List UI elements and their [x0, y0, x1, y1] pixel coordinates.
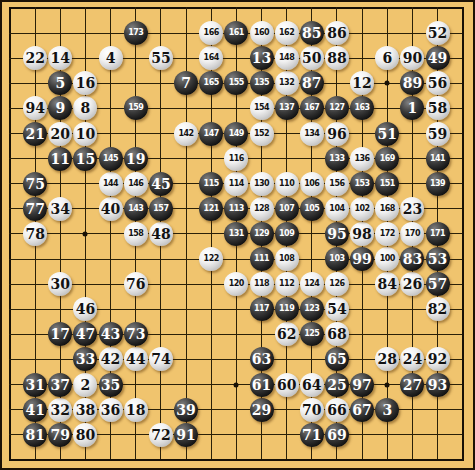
stone-89[interactable]: 89	[400, 71, 424, 95]
stone-155[interactable]: 155	[224, 71, 248, 95]
move-number: 51	[378, 127, 397, 141]
stone-106[interactable]: 106	[300, 172, 324, 196]
stone-97[interactable]: 97	[350, 373, 374, 397]
move-number: 17	[51, 327, 70, 341]
move-number: 113	[229, 205, 244, 213]
star-point	[385, 81, 390, 86]
stone-18[interactable]: 18	[124, 398, 148, 422]
move-number: 60	[277, 378, 296, 392]
stone-31[interactable]: 31	[23, 373, 47, 397]
stone-46[interactable]: 46	[73, 297, 97, 321]
move-number: 149	[229, 130, 244, 138]
stone-86[interactable]: 86	[325, 21, 349, 45]
stone-116[interactable]: 116	[224, 147, 248, 171]
move-number: 98	[352, 227, 371, 241]
move-number: 18	[126, 403, 145, 417]
move-number: 20	[51, 127, 70, 141]
stone-154[interactable]: 154	[250, 96, 274, 120]
move-number: 43	[101, 327, 120, 341]
stone-167[interactable]: 167	[300, 96, 324, 120]
stone-20[interactable]: 20	[48, 122, 72, 146]
move-number: 126	[329, 280, 344, 288]
stone-153[interactable]: 153	[350, 172, 374, 196]
move-number: 59	[428, 127, 447, 141]
stone-1[interactable]: 1	[400, 96, 424, 120]
stone-70[interactable]: 70	[300, 398, 324, 422]
stone-132[interactable]: 132	[275, 71, 299, 95]
stone-94[interactable]: 94	[23, 96, 47, 120]
move-number: 62	[277, 327, 296, 341]
stone-8[interactable]: 8	[73, 96, 97, 120]
stone-165[interactable]: 165	[199, 71, 223, 95]
stone-67[interactable]: 67	[350, 398, 374, 422]
stone-141[interactable]: 141	[426, 147, 450, 171]
go-board[interactable]: 1234567891011121314151617181920212223242…	[0, 0, 475, 470]
move-number: 66	[327, 403, 346, 417]
stone-13[interactable]: 13	[250, 46, 274, 70]
move-number: 27	[403, 378, 422, 392]
move-number: 114	[229, 180, 244, 188]
move-number: 128	[254, 205, 269, 213]
move-number: 46	[76, 302, 95, 316]
move-number: 111	[254, 255, 269, 263]
move-number: 165	[204, 79, 219, 87]
stone-112[interactable]: 112	[275, 272, 299, 296]
stone-111[interactable]: 111	[250, 247, 274, 271]
move-number: 75	[25, 177, 44, 191]
stone-68[interactable]: 68	[325, 322, 349, 346]
stone-139[interactable]: 139	[426, 172, 450, 196]
stone-24[interactable]: 24	[400, 347, 424, 371]
move-number: 157	[153, 205, 168, 213]
stone-133[interactable]: 133	[325, 147, 349, 171]
grid-line-horizontal	[9, 459, 464, 461]
move-number: 109	[279, 230, 294, 238]
move-number: 23	[403, 202, 422, 216]
stone-5[interactable]: 5	[48, 71, 72, 95]
stone-4[interactable]: 4	[99, 46, 123, 70]
stone-144[interactable]: 144	[99, 172, 123, 196]
move-number: 159	[128, 104, 143, 112]
stone-58[interactable]: 58	[426, 96, 450, 120]
stone-63[interactable]: 63	[250, 347, 274, 371]
move-number: 141	[430, 155, 445, 163]
move-number: 3	[382, 403, 392, 417]
stone-123[interactable]: 123	[300, 297, 324, 321]
stone-142[interactable]: 142	[174, 122, 198, 146]
stone-48[interactable]: 48	[149, 222, 173, 246]
stone-29[interactable]: 29	[250, 398, 274, 422]
stone-129[interactable]: 129	[250, 222, 274, 246]
move-number: 9	[55, 101, 65, 115]
move-number: 80	[76, 428, 95, 442]
stone-149[interactable]: 149	[224, 122, 248, 146]
stone-37[interactable]: 37	[48, 373, 72, 397]
stone-85[interactable]: 85	[300, 21, 324, 45]
move-number: 155	[229, 79, 244, 87]
move-number: 151	[380, 180, 395, 188]
move-number: 10	[76, 127, 95, 141]
stone-7[interactable]: 7	[174, 71, 198, 95]
move-number: 30	[51, 277, 70, 291]
move-number: 115	[204, 180, 219, 188]
move-number: 63	[252, 352, 271, 366]
stone-32[interactable]: 32	[48, 398, 72, 422]
stone-61[interactable]: 61	[250, 373, 274, 397]
move-number: 74	[151, 352, 170, 366]
stone-83[interactable]: 83	[400, 247, 424, 271]
move-number: 143	[128, 205, 143, 213]
stone-113[interactable]: 113	[224, 197, 248, 221]
stone-28[interactable]: 28	[375, 347, 399, 371]
stone-169[interactable]: 169	[375, 147, 399, 171]
stone-75[interactable]: 75	[23, 172, 47, 196]
stone-103[interactable]: 103	[325, 247, 349, 271]
move-number: 84	[378, 277, 397, 291]
stone-108[interactable]: 108	[275, 247, 299, 271]
stone-128[interactable]: 128	[250, 197, 274, 221]
move-number: 77	[25, 202, 44, 216]
move-number: 116	[229, 155, 244, 163]
move-number: 55	[151, 51, 170, 65]
stone-35[interactable]: 35	[99, 373, 123, 397]
move-number: 145	[103, 155, 118, 163]
stone-121[interactable]: 121	[199, 197, 223, 221]
stone-57[interactable]: 57	[426, 272, 450, 296]
move-number: 122	[204, 255, 219, 263]
stone-34[interactable]: 34	[48, 197, 72, 221]
move-number: 44	[126, 352, 145, 366]
move-number: 88	[327, 51, 346, 65]
move-number: 71	[302, 428, 321, 442]
stone-69[interactable]: 69	[325, 423, 349, 447]
stone-26[interactable]: 26	[400, 272, 424, 296]
stone-45[interactable]: 45	[149, 172, 173, 196]
move-number: 49	[428, 51, 447, 65]
stone-33[interactable]: 33	[73, 347, 97, 371]
stone-21[interactable]: 21	[23, 122, 47, 146]
move-number: 7	[181, 76, 191, 90]
stone-114[interactable]: 114	[224, 172, 248, 196]
move-number: 119	[279, 305, 294, 313]
move-number: 47	[76, 327, 95, 341]
stone-42[interactable]: 42	[99, 347, 123, 371]
stone-56[interactable]: 56	[426, 71, 450, 95]
stone-161[interactable]: 161	[224, 21, 248, 45]
move-number: 33	[76, 352, 95, 366]
move-number: 168	[380, 205, 395, 213]
move-number: 94	[25, 101, 44, 115]
move-number: 170	[405, 230, 420, 238]
stone-166[interactable]: 166	[199, 21, 223, 45]
move-number: 79	[51, 428, 70, 442]
move-number: 64	[302, 378, 321, 392]
move-number: 93	[428, 378, 447, 392]
move-number: 164	[204, 54, 219, 62]
move-number: 108	[279, 255, 294, 263]
move-number: 52	[428, 26, 447, 40]
stone-93[interactable]: 93	[426, 373, 450, 397]
stone-36[interactable]: 36	[99, 398, 123, 422]
stone-102[interactable]: 102	[350, 197, 374, 221]
stone-122[interactable]: 122	[199, 247, 223, 271]
stone-119[interactable]: 119	[275, 297, 299, 321]
stone-59[interactable]: 59	[426, 122, 450, 146]
stone-134[interactable]: 134	[300, 122, 324, 146]
move-number: 28	[378, 352, 397, 366]
move-number: 48	[151, 227, 170, 241]
move-number: 73	[126, 327, 145, 341]
move-number: 167	[304, 104, 319, 112]
stone-120[interactable]: 120	[224, 272, 248, 296]
stone-16[interactable]: 16	[73, 71, 97, 95]
stone-126[interactable]: 126	[325, 272, 349, 296]
stone-105[interactable]: 105	[300, 197, 324, 221]
stone-78[interactable]: 78	[23, 222, 47, 246]
move-number: 24	[403, 352, 422, 366]
move-number: 86	[327, 26, 346, 40]
move-number: 34	[51, 202, 70, 216]
move-number: 21	[25, 127, 44, 141]
stone-62[interactable]: 62	[275, 322, 299, 346]
stone-156[interactable]: 156	[325, 172, 349, 196]
star-point	[234, 382, 239, 387]
stone-146[interactable]: 146	[124, 172, 148, 196]
move-number: 22	[25, 51, 44, 65]
stone-151[interactable]: 151	[375, 172, 399, 196]
stone-6[interactable]: 6	[375, 46, 399, 70]
move-number: 156	[329, 180, 344, 188]
stone-25[interactable]: 25	[325, 373, 349, 397]
stone-124[interactable]: 124	[300, 272, 324, 296]
stone-118[interactable]: 118	[250, 272, 274, 296]
stone-109[interactable]: 109	[275, 222, 299, 246]
stone-17[interactable]: 17	[48, 322, 72, 346]
stone-117[interactable]: 117	[250, 297, 274, 321]
move-number: 96	[327, 127, 346, 141]
stone-172[interactable]: 172	[375, 222, 399, 246]
move-number: 171	[430, 230, 445, 238]
stone-74[interactable]: 74	[149, 347, 173, 371]
stone-73[interactable]: 73	[124, 322, 148, 346]
stone-27[interactable]: 27	[400, 373, 424, 397]
stone-43[interactable]: 43	[99, 322, 123, 346]
move-number: 129	[254, 230, 269, 238]
move-number: 78	[25, 227, 44, 241]
stone-19[interactable]: 19	[124, 147, 148, 171]
move-number: 61	[252, 378, 271, 392]
stone-171[interactable]: 171	[426, 222, 450, 246]
stone-77[interactable]: 77	[23, 197, 47, 221]
stone-71[interactable]: 71	[300, 423, 324, 447]
stone-30[interactable]: 30	[48, 272, 72, 296]
stone-50[interactable]: 50	[300, 46, 324, 70]
stone-152[interactable]: 152	[250, 122, 274, 146]
grid-line-vertical	[462, 7, 464, 461]
stone-79[interactable]: 79	[48, 423, 72, 447]
move-number: 58	[428, 101, 447, 115]
stone-52[interactable]: 52	[426, 21, 450, 45]
move-number: 160	[254, 29, 269, 37]
stone-107[interactable]: 107	[275, 197, 299, 221]
stone-115[interactable]: 115	[199, 172, 223, 196]
move-number: 40	[101, 202, 120, 216]
stone-159[interactable]: 159	[124, 96, 148, 120]
stone-125[interactable]: 125	[300, 322, 324, 346]
stone-168[interactable]: 168	[375, 197, 399, 221]
move-number: 162	[279, 29, 294, 37]
move-number: 142	[178, 130, 193, 138]
stone-91[interactable]: 91	[174, 423, 198, 447]
stone-90[interactable]: 90	[400, 46, 424, 70]
stone-162[interactable]: 162	[275, 21, 299, 45]
stone-88[interactable]: 88	[325, 46, 349, 70]
move-number: 110	[279, 180, 294, 188]
move-number: 1	[408, 101, 418, 115]
stone-51[interactable]: 51	[375, 122, 399, 146]
stone-66[interactable]: 66	[325, 398, 349, 422]
move-number: 39	[176, 403, 195, 417]
stone-72[interactable]: 72	[149, 423, 173, 447]
move-number: 12	[352, 76, 371, 90]
stone-55[interactable]: 55	[149, 46, 173, 70]
stone-65[interactable]: 65	[325, 347, 349, 371]
stone-15[interactable]: 15	[73, 147, 97, 171]
stone-131[interactable]: 131	[224, 222, 248, 246]
move-number: 14	[51, 51, 70, 65]
move-number: 123	[304, 305, 319, 313]
stone-10[interactable]: 10	[73, 122, 97, 146]
move-number: 112	[279, 280, 294, 288]
stone-41[interactable]: 41	[23, 398, 47, 422]
move-number: 137	[279, 104, 294, 112]
stone-170[interactable]: 170	[400, 222, 424, 246]
move-number: 118	[254, 280, 269, 288]
stone-2[interactable]: 2	[73, 373, 97, 397]
stone-38[interactable]: 38	[73, 398, 97, 422]
stone-3[interactable]: 3	[375, 398, 399, 422]
stone-163[interactable]: 163	[350, 96, 374, 120]
stone-84[interactable]: 84	[375, 272, 399, 296]
move-number: 117	[254, 305, 269, 313]
stone-49[interactable]: 49	[426, 46, 450, 70]
move-number: 100	[380, 255, 395, 263]
stone-82[interactable]: 82	[426, 297, 450, 321]
stone-14[interactable]: 14	[48, 46, 72, 70]
stone-87[interactable]: 87	[300, 71, 324, 95]
stone-76[interactable]: 76	[124, 272, 148, 296]
move-number: 92	[428, 352, 447, 366]
move-number: 70	[302, 403, 321, 417]
stone-143[interactable]: 143	[124, 197, 148, 221]
move-number: 89	[403, 76, 422, 90]
move-number: 72	[151, 428, 170, 442]
move-number: 85	[302, 26, 321, 40]
move-number: 95	[327, 227, 346, 241]
stone-136[interactable]: 136	[350, 147, 374, 171]
stone-157[interactable]: 157	[149, 197, 173, 221]
move-number: 127	[329, 104, 344, 112]
move-number: 107	[279, 205, 294, 213]
stone-137[interactable]: 137	[275, 96, 299, 120]
move-number: 82	[428, 302, 447, 316]
stone-164[interactable]: 164	[199, 46, 223, 70]
move-number: 19	[126, 152, 145, 166]
move-number: 172	[380, 230, 395, 238]
stone-96[interactable]: 96	[325, 122, 349, 146]
stone-148[interactable]: 148	[275, 46, 299, 70]
stone-99[interactable]: 99	[350, 247, 374, 271]
stone-64[interactable]: 64	[300, 373, 324, 397]
star-point	[83, 231, 88, 236]
stone-9[interactable]: 9	[48, 96, 72, 120]
move-number: 135	[254, 79, 269, 87]
move-number: 26	[403, 277, 422, 291]
move-number: 2	[81, 378, 91, 392]
move-number: 144	[103, 180, 118, 188]
move-number: 91	[176, 428, 195, 442]
move-number: 69	[327, 428, 346, 442]
stone-98[interactable]: 98	[350, 222, 374, 246]
stone-110[interactable]: 110	[275, 172, 299, 196]
move-number: 124	[304, 280, 319, 288]
stone-54[interactable]: 54	[325, 297, 349, 321]
stone-39[interactable]: 39	[174, 398, 198, 422]
stone-127[interactable]: 127	[325, 96, 349, 120]
stone-92[interactable]: 92	[426, 347, 450, 371]
move-number: 133	[329, 155, 344, 163]
star-point	[385, 382, 390, 387]
move-number: 147	[204, 130, 219, 138]
move-number: 37	[51, 378, 70, 392]
move-number: 32	[51, 403, 70, 417]
stone-81[interactable]: 81	[23, 423, 47, 447]
move-number: 152	[254, 130, 269, 138]
stone-44[interactable]: 44	[124, 347, 148, 371]
move-number: 67	[352, 403, 371, 417]
stone-95[interactable]: 95	[325, 222, 349, 246]
stone-135[interactable]: 135	[250, 71, 274, 95]
move-number: 106	[304, 180, 319, 188]
stone-80[interactable]: 80	[73, 423, 97, 447]
stone-12[interactable]: 12	[350, 71, 374, 95]
move-number: 35	[101, 378, 120, 392]
move-number: 148	[279, 54, 294, 62]
stone-160[interactable]: 160	[250, 21, 274, 45]
move-number: 97	[352, 378, 371, 392]
stone-60[interactable]: 60	[275, 373, 299, 397]
stone-40[interactable]: 40	[99, 197, 123, 221]
stone-147[interactable]: 147	[199, 122, 223, 146]
move-number: 130	[254, 180, 269, 188]
move-number: 45	[151, 177, 170, 191]
stone-145[interactable]: 145	[99, 147, 123, 171]
stone-158[interactable]: 158	[124, 222, 148, 246]
stone-11[interactable]: 11	[48, 147, 72, 171]
stone-100[interactable]: 100	[375, 247, 399, 271]
stone-104[interactable]: 104	[325, 197, 349, 221]
move-number: 68	[327, 327, 346, 341]
stone-173[interactable]: 173	[124, 21, 148, 45]
stone-22[interactable]: 22	[23, 46, 47, 70]
move-number: 15	[76, 152, 95, 166]
stone-47[interactable]: 47	[73, 322, 97, 346]
move-number: 83	[403, 252, 422, 266]
stone-53[interactable]: 53	[426, 247, 450, 271]
move-number: 36	[101, 403, 120, 417]
stone-130[interactable]: 130	[250, 172, 274, 196]
stone-23[interactable]: 23	[400, 197, 424, 221]
